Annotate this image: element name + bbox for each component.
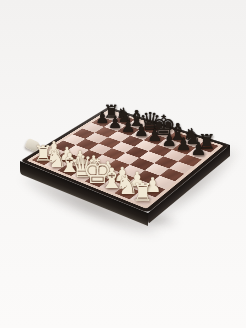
piece-shadow [61,168,78,174]
piece-shadow [75,173,92,179]
piece-shadow [48,162,65,168]
piece-shadow [59,155,75,160]
piece-shadow [105,114,119,119]
piece-shadow [148,137,163,142]
piece-shadow [185,140,200,145]
piece-shadow [117,118,131,123]
chess-set-photo: Folding magnetic travel chess set on a w… [0,0,246,328]
piece-shadow [99,171,116,177]
piece-shadow [176,147,192,152]
piece-shadow [35,157,51,162]
piece-shadow [130,122,144,127]
piece-shadow [134,133,149,138]
piece-shadow [156,131,171,136]
piece-shadow [72,160,89,166]
piece-shadow [108,124,122,129]
piece-shadow [162,142,177,147]
piece-shadow [191,151,207,156]
piece-shadow [46,151,62,156]
piece-shadow [199,145,215,150]
